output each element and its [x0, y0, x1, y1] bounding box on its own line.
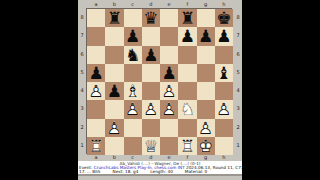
piece-black-pawn: ♟ [107, 82, 122, 100]
file-label-c: c [124, 154, 142, 161]
square-c6: ♞ [124, 46, 142, 64]
letterbox-right [242, 0, 320, 180]
piece-black-pawn: ♟ [180, 27, 195, 45]
piece-white-pawn: ♙ [215, 100, 233, 118]
piece-black-knight: ♞ [125, 46, 140, 64]
square-f4 [178, 82, 196, 100]
square-a4: ♟♙ [87, 82, 105, 100]
piece-black-king: ♚ [216, 9, 231, 27]
rank-label-7: 7 [234, 26, 242, 44]
square-b8: ♜ [105, 9, 123, 27]
square-c1 [124, 137, 142, 155]
square-f5 [178, 64, 196, 82]
square-f1: ♜♖ [178, 137, 196, 155]
square-d5 [142, 64, 160, 82]
square-g3 [197, 100, 215, 118]
square-a7 [87, 27, 105, 45]
square-h3: ♟♙ [215, 100, 233, 118]
square-b6 [105, 46, 123, 64]
square-a1: ♜♖ [87, 137, 105, 155]
piece-black-pawn: ♟ [162, 64, 177, 82]
square-c7: ♟ [124, 27, 142, 45]
file-label-a: a [87, 154, 105, 161]
square-h8: ♚ [215, 9, 233, 27]
piece-black-pawn: ♟ [216, 27, 231, 45]
rank-label-8: 8 [78, 8, 86, 26]
square-d1: ♛♕ [142, 137, 160, 155]
piece-white-rook: ♖ [178, 137, 196, 155]
piece-black-rook: ♜ [180, 9, 195, 27]
piece-white-rook: ♖ [87, 137, 105, 155]
square-h5: ♝ [215, 64, 233, 82]
square-d6: ♟ [142, 46, 160, 64]
piece-black-pawn: ♟ [198, 27, 213, 45]
file-label-h: h [215, 154, 233, 161]
piece-white-queen: ♕ [142, 137, 160, 155]
square-e7 [160, 27, 178, 45]
square-e8 [160, 9, 178, 27]
square-b5 [105, 64, 123, 82]
square-g4 [197, 82, 215, 100]
piece-white-bishop: ♗ [124, 82, 142, 100]
file-labels-top: abcdefgh [87, 0, 233, 8]
square-h2 [215, 119, 233, 137]
rank-label-2: 2 [234, 118, 242, 136]
file-label-f: f [178, 154, 196, 161]
square-a3 [87, 100, 105, 118]
square-g1: ♚♔ [197, 137, 215, 155]
square-c4: ♝♗ [124, 82, 142, 100]
rank-label-4: 4 [78, 81, 86, 99]
rank-label-6: 6 [234, 45, 242, 63]
piece-black-pawn: ♟ [89, 64, 104, 82]
piece-white-pawn: ♙ [124, 100, 142, 118]
piece-white-pawn: ♙ [160, 82, 178, 100]
piece-black-pawn: ♟ [143, 46, 158, 64]
rank-label-6: 6 [78, 45, 86, 63]
rank-label-8: 8 [234, 8, 242, 26]
square-g8 [197, 9, 215, 27]
game-caption: Ab_Vahidi (....) – Wagner, De (....) (0-… [78, 161, 242, 174]
square-b1 [105, 137, 123, 155]
rank-label-3: 3 [234, 99, 242, 117]
rank-label-7: 7 [78, 26, 86, 44]
square-c8 [124, 9, 142, 27]
square-d4 [142, 82, 160, 100]
square-a5: ♟ [87, 64, 105, 82]
square-h4 [215, 82, 233, 100]
square-a2 [87, 119, 105, 137]
letterbox-left [0, 0, 78, 180]
piece-black-pawn: ♟ [125, 27, 140, 45]
square-g5 [197, 64, 215, 82]
square-c5 [124, 64, 142, 82]
square-b2: ♟♙ [105, 119, 123, 137]
square-e3: ♟♙ [160, 100, 178, 118]
piece-white-pawn: ♙ [197, 119, 215, 137]
rank-label-5: 5 [234, 63, 242, 81]
piece-white-pawn: ♙ [105, 119, 123, 137]
square-b7 [105, 27, 123, 45]
square-c3: ♟♙ [124, 100, 142, 118]
square-e2 [160, 119, 178, 137]
file-label-g: g [197, 154, 215, 161]
square-d2 [142, 119, 160, 137]
piece-white-pawn: ♙ [142, 100, 160, 118]
file-label-e: e [160, 154, 178, 161]
piece-black-rook: ♜ [107, 9, 122, 27]
file-labels-bottom: abcdefgh [87, 154, 233, 161]
piece-black-queen: ♛ [143, 9, 158, 27]
file-label-b: b [105, 154, 123, 161]
rank-label-5: 5 [78, 63, 86, 81]
caption-divider [78, 174, 242, 176]
square-f3: ♞♘ [178, 100, 196, 118]
square-h7: ♟ [215, 27, 233, 45]
square-a6 [87, 46, 105, 64]
piece-white-pawn: ♙ [160, 100, 178, 118]
rank-label-4: 4 [234, 81, 242, 99]
piece-white-king: ♔ [197, 137, 215, 155]
square-f7: ♟ [178, 27, 196, 45]
rank-label-2: 2 [78, 118, 86, 136]
square-e1 [160, 137, 178, 155]
piece-white-knight: ♘ [178, 100, 196, 118]
chess-board: ♜♛♜♚♟♟♟♟♞♟♟♟♝♟♙♟♝♗♟♙♟♙♟♙♟♙♞♘♟♙♟♙♟♙♜♖♛♕♜♖… [86, 8, 232, 154]
square-g2: ♟♙ [197, 119, 215, 137]
square-d8: ♛ [142, 9, 160, 27]
square-g7: ♟ [197, 27, 215, 45]
square-e6 [160, 46, 178, 64]
square-f2 [178, 119, 196, 137]
square-f8: ♜ [178, 9, 196, 27]
piece-black-bishop: ♝ [216, 64, 231, 82]
rank-label-3: 3 [78, 99, 86, 117]
rank-label-1: 1 [234, 136, 242, 154]
square-b4: ♟ [105, 82, 123, 100]
piece-white-pawn: ♙ [87, 82, 105, 100]
square-a8 [87, 9, 105, 27]
square-c2 [124, 119, 142, 137]
rank-label-1: 1 [78, 136, 86, 154]
square-d7 [142, 27, 160, 45]
square-g6 [197, 46, 215, 64]
square-e5: ♟ [160, 64, 178, 82]
square-h6 [215, 46, 233, 64]
rank-labels-right: 87654321 [234, 8, 242, 154]
square-e4: ♟♙ [160, 82, 178, 100]
square-b3 [105, 100, 123, 118]
rank-labels-left: 87654321 [78, 8, 86, 154]
board-panel: abcdefgh 87654321 ♜♛♜♚♟♟♟♟♞♟♟♟♝♟♙♟♝♗♟♙♟♙… [78, 0, 242, 180]
square-d3: ♟♙ [142, 100, 160, 118]
square-f6 [178, 46, 196, 64]
file-label-d: d [142, 154, 160, 161]
square-h1 [215, 137, 233, 155]
